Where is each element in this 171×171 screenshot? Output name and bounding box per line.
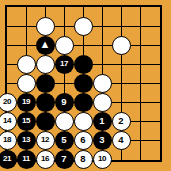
go-board[interactable]: ▲172019914151218131256342111167810 bbox=[0, 0, 171, 171]
stone-move-number: 5 bbox=[61, 135, 66, 145]
stone-move-number: 20 bbox=[3, 98, 11, 106]
stone-move-number: 15 bbox=[22, 117, 30, 125]
stone-move-number: 14 bbox=[3, 117, 11, 125]
go-stone-black[interactable]: 7 bbox=[55, 150, 74, 169]
go-stone-black[interactable]: 17 bbox=[55, 55, 74, 74]
go-stone-white[interactable] bbox=[55, 36, 74, 55]
go-stone-white[interactable]: 10 bbox=[93, 150, 112, 169]
go-stone-white[interactable]: 12 bbox=[36, 131, 55, 150]
go-stone-white[interactable] bbox=[93, 93, 112, 112]
go-stone-white[interactable]: 4 bbox=[112, 131, 131, 150]
stone-move-number: 2 bbox=[118, 116, 123, 126]
go-stone-black[interactable] bbox=[74, 74, 93, 93]
go-stone-white[interactable]: 18 bbox=[0, 131, 17, 150]
go-stone-black[interactable]: ▲ bbox=[36, 36, 55, 55]
go-stone-white[interactable] bbox=[74, 112, 93, 131]
go-stone-black[interactable] bbox=[74, 55, 93, 74]
stone-move-number: 19 bbox=[22, 98, 30, 106]
stone-move-number: 6 bbox=[80, 135, 85, 145]
go-stone-black[interactable]: 3 bbox=[93, 131, 112, 150]
go-stone-black[interactable]: 1 bbox=[93, 112, 112, 131]
stone-grid: ▲172019914151218131256342111167810 bbox=[0, 0, 169, 169]
go-stone-white[interactable] bbox=[36, 55, 55, 74]
go-stone-black[interactable] bbox=[36, 93, 55, 112]
stone-move-number: 7 bbox=[61, 154, 66, 164]
stone-move-number: 4 bbox=[118, 135, 123, 145]
go-stone-black[interactable] bbox=[74, 93, 93, 112]
go-stone-white[interactable] bbox=[17, 74, 36, 93]
go-stone-white[interactable] bbox=[74, 17, 93, 36]
go-stone-black[interactable]: 13 bbox=[17, 131, 36, 150]
triangle-marker-icon: ▲ bbox=[40, 39, 51, 50]
go-stone-white[interactable] bbox=[93, 74, 112, 93]
stone-move-number: 9 bbox=[61, 97, 66, 107]
go-stone-white[interactable]: 6 bbox=[74, 131, 93, 150]
go-stone-black[interactable]: 21 bbox=[0, 150, 17, 169]
stone-move-number: 12 bbox=[41, 136, 49, 144]
go-stone-white[interactable]: 8 bbox=[74, 150, 93, 169]
go-stone-white[interactable] bbox=[17, 55, 36, 74]
stone-move-number: 10 bbox=[98, 155, 106, 163]
go-stone-black[interactable] bbox=[36, 112, 55, 131]
go-stone-white[interactable] bbox=[112, 36, 131, 55]
go-stone-black[interactable] bbox=[36, 74, 55, 93]
stone-move-number: 17 bbox=[60, 60, 68, 68]
stone-move-number: 16 bbox=[41, 155, 49, 163]
go-stone-black[interactable]: 15 bbox=[17, 112, 36, 131]
go-stone-white[interactable]: 16 bbox=[36, 150, 55, 169]
go-stone-white[interactable]: 20 bbox=[0, 93, 17, 112]
stone-move-number: 18 bbox=[3, 136, 11, 144]
stone-move-number: 3 bbox=[99, 135, 104, 145]
go-stone-black[interactable]: 5 bbox=[55, 131, 74, 150]
stone-move-number: 1 bbox=[99, 116, 104, 126]
go-stone-black[interactable]: 9 bbox=[55, 93, 74, 112]
go-diagram: ▲172019914151218131256342111167810 bbox=[0, 0, 171, 171]
stone-move-number: 21 bbox=[3, 155, 11, 163]
go-stone-white[interactable] bbox=[36, 17, 55, 36]
go-stone-white[interactable] bbox=[55, 112, 74, 131]
go-stone-white[interactable]: 2 bbox=[112, 112, 131, 131]
stone-move-number: 11 bbox=[22, 155, 29, 163]
go-stone-white[interactable]: 14 bbox=[0, 112, 17, 131]
stone-move-number: 8 bbox=[80, 154, 85, 164]
go-stone-black[interactable]: 19 bbox=[17, 93, 36, 112]
go-stone-black[interactable]: 11 bbox=[17, 150, 36, 169]
stone-move-number: 13 bbox=[22, 136, 30, 144]
